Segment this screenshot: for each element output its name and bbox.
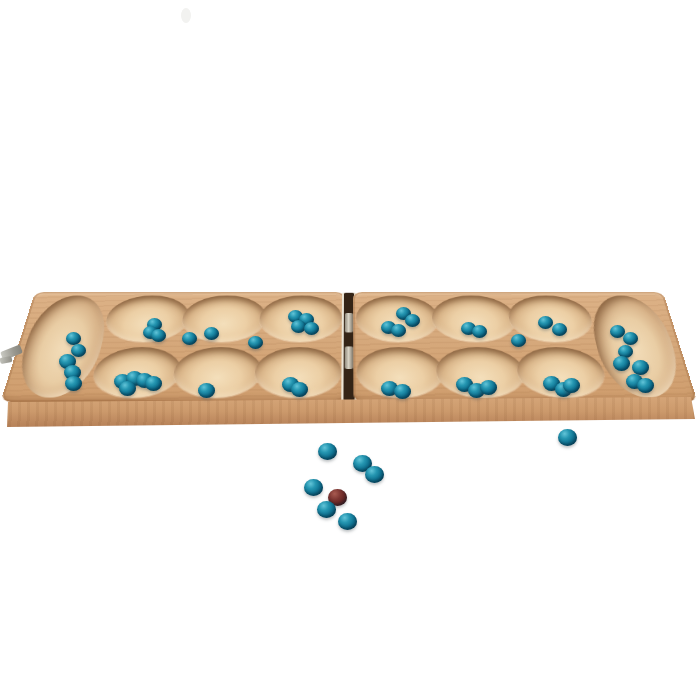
board-half-left [1,292,345,402]
photo-artifact-smudge [181,8,191,23]
stone [365,466,384,483]
pit-bottom-4[interactable] [356,347,445,398]
pit-top-1[interactable] [101,296,192,342]
stone [304,479,323,496]
stone [558,429,577,446]
stone [318,443,337,460]
hinge-knuckle-icon [345,346,354,368]
pit-bottom-3[interactable] [253,347,342,398]
pit-bottom-1[interactable] [88,347,185,398]
pit-bottom-5[interactable] [435,347,528,398]
clasp-hook-icon [0,356,12,364]
pit-top-3[interactable] [258,296,343,342]
stone [338,513,357,530]
stone [353,455,372,472]
mancala-board [1,292,698,402]
pit-top-4[interactable] [356,296,441,342]
pit-bottom-2[interactable] [170,347,263,398]
stone [328,489,347,506]
pit-top-2[interactable] [179,296,267,342]
mancala-photo-scene [0,0,700,700]
pit-top-6[interactable] [506,296,597,342]
pit-bottom-6[interactable] [514,347,611,398]
pit-top-5[interactable] [431,296,519,342]
board-half-right [353,292,697,402]
stone [317,501,336,518]
hinge-knuckle-icon [345,313,353,333]
